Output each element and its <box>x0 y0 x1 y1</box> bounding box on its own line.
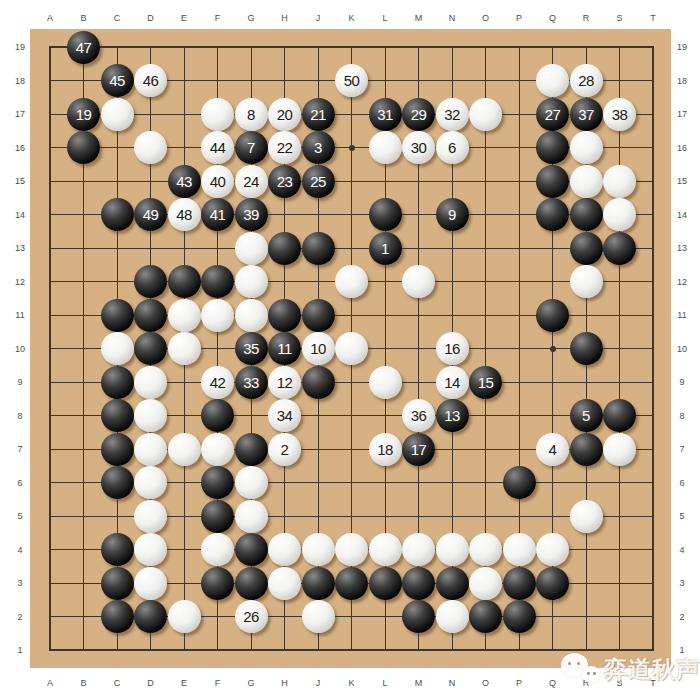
move-number: 42 <box>210 374 226 391</box>
stone-R8: 5 <box>570 399 603 432</box>
stone-D5 <box>134 500 167 533</box>
stone-M4 <box>402 533 435 566</box>
coord-label-left-11: 11 <box>15 310 24 320</box>
coord-label-left-15: 15 <box>15 176 25 186</box>
stone-O4 <box>469 533 502 566</box>
stone-H7: 2 <box>268 433 301 466</box>
stone-Q7: 4 <box>536 433 569 466</box>
go-diagram-page: AABBCCDDEEFFGGHHJJKKLLMMNNOOPPQQRRSSTT19… <box>0 0 700 700</box>
coord-label-bottom-B: B <box>80 678 86 688</box>
coord-label-top-G: G <box>247 13 254 23</box>
coord-label-bottom-H: H <box>281 678 288 688</box>
coord-label-left-19: 19 <box>15 42 25 52</box>
stone-H11 <box>268 299 301 332</box>
stone-C4 <box>101 533 134 566</box>
coord-label-top-H: H <box>281 13 288 23</box>
coord-label-top-C: C <box>114 13 121 23</box>
stone-H3 <box>268 567 301 600</box>
stone-H15: 23 <box>268 165 301 198</box>
stone-G2: 26 <box>235 600 268 633</box>
stone-G7 <box>235 433 268 466</box>
stone-C7 <box>101 433 134 466</box>
move-number: 20 <box>277 106 293 123</box>
stone-G17: 8 <box>235 98 268 131</box>
move-number: 7 <box>247 139 255 156</box>
stone-H13 <box>268 232 301 265</box>
stone-L13: 1 <box>369 232 402 265</box>
coord-label-right-18: 18 <box>677 76 687 86</box>
stone-G13 <box>235 232 268 265</box>
move-number: 15 <box>478 374 494 391</box>
stone-L9 <box>369 366 402 399</box>
star-point <box>550 346 556 352</box>
stone-R16 <box>570 131 603 164</box>
coord-label-right-16: 16 <box>677 143 687 153</box>
coord-label-left-18: 18 <box>15 76 25 86</box>
coord-label-bottom-G: G <box>247 678 254 688</box>
coord-label-top-K: K <box>348 13 354 23</box>
stone-M7: 17 <box>402 433 435 466</box>
coord-label-bottom-J: J <box>316 678 321 688</box>
move-number: 17 <box>411 441 427 458</box>
stone-F5 <box>201 500 234 533</box>
coord-label-right-1: 1 <box>679 645 684 655</box>
stone-G14: 39 <box>235 198 268 231</box>
coord-label-right-11: 11 <box>677 310 686 320</box>
coord-label-right-2: 2 <box>679 612 684 622</box>
move-number: 3 <box>314 139 322 156</box>
move-number: 49 <box>143 206 159 223</box>
stone-K10 <box>335 332 368 365</box>
move-number: 5 <box>582 407 590 424</box>
move-number: 38 <box>612 106 628 123</box>
stone-J17: 21 <box>302 98 335 131</box>
move-number: 48 <box>176 206 192 223</box>
stone-D14: 49 <box>134 198 167 231</box>
stone-E15: 43 <box>168 165 201 198</box>
coord-label-bottom-K: K <box>348 678 354 688</box>
move-number: 14 <box>444 374 460 391</box>
stone-F12 <box>201 265 234 298</box>
move-number: 24 <box>243 173 259 190</box>
stone-F7 <box>201 433 234 466</box>
stone-E11 <box>168 299 201 332</box>
stone-H10: 11 <box>268 332 301 365</box>
stone-H16: 22 <box>268 131 301 164</box>
stone-H4 <box>268 533 301 566</box>
move-number: 9 <box>448 206 456 223</box>
stone-M8: 36 <box>402 399 435 432</box>
stone-G6 <box>235 466 268 499</box>
star-point <box>349 145 355 151</box>
stone-D8 <box>134 399 167 432</box>
move-number: 1 <box>381 240 389 257</box>
stone-C17 <box>101 98 134 131</box>
stone-M16: 30 <box>402 131 435 164</box>
stone-J2 <box>302 600 335 633</box>
move-number: 46 <box>143 72 159 89</box>
stone-F4 <box>201 533 234 566</box>
coord-label-top-M: M <box>415 13 423 23</box>
stone-R18: 28 <box>570 64 603 97</box>
stone-M2 <box>402 600 435 633</box>
move-number: 25 <box>310 173 326 190</box>
move-number: 37 <box>578 106 594 123</box>
stone-P4 <box>503 533 536 566</box>
stone-K12 <box>335 265 368 298</box>
stone-G4 <box>235 533 268 566</box>
coord-label-left-14: 14 <box>15 210 25 220</box>
stone-F17 <box>201 98 234 131</box>
stone-Q14 <box>536 198 569 231</box>
coord-label-top-R: R <box>583 13 590 23</box>
move-number: 39 <box>243 206 259 223</box>
coord-label-bottom-C: C <box>114 678 121 688</box>
coord-label-top-N: N <box>449 13 456 23</box>
stone-G16: 7 <box>235 131 268 164</box>
move-number: 40 <box>210 173 226 190</box>
coord-label-right-9: 9 <box>679 377 684 387</box>
coord-label-left-6: 6 <box>17 478 22 488</box>
stone-D18: 46 <box>134 64 167 97</box>
coord-label-right-19: 19 <box>677 42 687 52</box>
stone-C8 <box>101 399 134 432</box>
stone-F16: 44 <box>201 131 234 164</box>
stone-B19: 47 <box>67 31 100 64</box>
stone-R14 <box>570 198 603 231</box>
coord-label-left-3: 3 <box>17 578 22 588</box>
coord-label-right-4: 4 <box>679 545 684 555</box>
stone-D10 <box>134 332 167 365</box>
move-number: 26 <box>243 608 259 625</box>
move-number: 8 <box>247 106 255 123</box>
stone-F15: 40 <box>201 165 234 198</box>
move-number: 27 <box>545 106 561 123</box>
stone-G5 <box>235 500 268 533</box>
stone-R13 <box>570 232 603 265</box>
coord-label-top-J: J <box>316 13 321 23</box>
stone-N10: 16 <box>436 332 469 365</box>
stone-F6 <box>201 466 234 499</box>
stone-M17: 29 <box>402 98 435 131</box>
stone-L17: 31 <box>369 98 402 131</box>
coord-label-bottom-T: T <box>650 678 656 688</box>
coord-label-right-3: 3 <box>679 578 684 588</box>
stone-D11 <box>134 299 167 332</box>
stone-S17: 38 <box>603 98 636 131</box>
coord-label-right-13: 13 <box>677 243 687 253</box>
coord-label-left-17: 17 <box>15 109 25 119</box>
coord-label-right-14: 14 <box>677 210 687 220</box>
stone-O9: 15 <box>469 366 502 399</box>
stone-P3 <box>503 567 536 600</box>
stone-C14 <box>101 198 134 231</box>
coord-label-top-E: E <box>181 13 187 23</box>
move-number: 30 <box>411 139 427 156</box>
coord-label-top-A: A <box>47 13 53 23</box>
stone-H9: 12 <box>268 366 301 399</box>
stone-M12 <box>402 265 435 298</box>
stone-M3 <box>402 567 435 600</box>
coord-label-bottom-L: L <box>382 678 387 688</box>
stone-Q4 <box>536 533 569 566</box>
stone-R5 <box>570 500 603 533</box>
coord-label-top-S: S <box>616 13 622 23</box>
stone-G3 <box>235 567 268 600</box>
stone-J16: 3 <box>302 131 335 164</box>
stone-Q3 <box>536 567 569 600</box>
stone-Q18 <box>536 64 569 97</box>
stone-D7 <box>134 433 167 466</box>
coord-label-bottom-D: D <box>147 678 154 688</box>
stone-J4 <box>302 533 335 566</box>
stone-G15: 24 <box>235 165 268 198</box>
stone-E10 <box>168 332 201 365</box>
stone-J15: 25 <box>302 165 335 198</box>
stone-J9 <box>302 366 335 399</box>
stone-F8 <box>201 399 234 432</box>
move-number: 50 <box>344 72 360 89</box>
move-number: 28 <box>578 72 594 89</box>
coord-label-left-12: 12 <box>15 277 25 287</box>
move-number: 29 <box>411 106 427 123</box>
stone-Q15 <box>536 165 569 198</box>
coord-label-right-5: 5 <box>679 511 684 521</box>
coord-label-top-T: T <box>650 13 656 23</box>
coord-label-top-L: L <box>382 13 387 23</box>
stone-N16: 6 <box>436 131 469 164</box>
move-number: 34 <box>277 407 293 424</box>
stone-Q17: 27 <box>536 98 569 131</box>
stone-N8: 13 <box>436 399 469 432</box>
coord-label-right-8: 8 <box>679 411 684 421</box>
stone-G9: 33 <box>235 366 268 399</box>
stone-F11 <box>201 299 234 332</box>
stone-K4 <box>335 533 368 566</box>
coord-label-right-12: 12 <box>677 277 687 287</box>
stone-E12 <box>168 265 201 298</box>
board-layer: AABBCCDDEEFFGGHHJJKKLLMMNNOOPPQQRRSSTT19… <box>0 0 700 700</box>
stone-N9: 14 <box>436 366 469 399</box>
coord-label-left-2: 2 <box>17 612 22 622</box>
stone-J11 <box>302 299 335 332</box>
stone-G10: 35 <box>235 332 268 365</box>
stone-R10 <box>570 332 603 365</box>
move-number: 18 <box>377 441 393 458</box>
stone-S14 <box>603 198 636 231</box>
stone-C18: 45 <box>101 64 134 97</box>
move-number: 44 <box>210 139 226 156</box>
stone-R7 <box>570 433 603 466</box>
stone-J10: 10 <box>302 332 335 365</box>
stone-O2 <box>469 600 502 633</box>
stone-E2 <box>168 600 201 633</box>
stone-D2 <box>134 600 167 633</box>
move-number: 16 <box>444 340 460 357</box>
coord-label-right-6: 6 <box>679 478 684 488</box>
stone-R17: 37 <box>570 98 603 131</box>
stone-D9 <box>134 366 167 399</box>
move-number: 22 <box>277 139 293 156</box>
stone-N3 <box>436 567 469 600</box>
coord-label-top-F: F <box>215 13 221 23</box>
move-number: 47 <box>76 39 92 56</box>
move-number: 10 <box>310 340 326 357</box>
coord-label-right-15: 15 <box>677 176 687 186</box>
stone-P6 <box>503 466 536 499</box>
stone-S7 <box>603 433 636 466</box>
stone-K3 <box>335 567 368 600</box>
move-number: 32 <box>444 106 460 123</box>
stone-S15 <box>603 165 636 198</box>
coord-label-right-7: 7 <box>679 444 684 454</box>
stone-L4 <box>369 533 402 566</box>
stone-N17: 32 <box>436 98 469 131</box>
stone-R12 <box>570 265 603 298</box>
coord-label-bottom-Q: Q <box>549 678 556 688</box>
move-number: 13 <box>444 407 460 424</box>
stone-D3 <box>134 567 167 600</box>
coord-label-bottom-S: S <box>616 678 622 688</box>
stone-L14 <box>369 198 402 231</box>
stone-Q16 <box>536 131 569 164</box>
stone-H8: 34 <box>268 399 301 432</box>
stone-G11 <box>235 299 268 332</box>
move-number: 23 <box>277 173 293 190</box>
stone-O3 <box>469 567 502 600</box>
move-number: 45 <box>109 72 125 89</box>
move-number: 41 <box>210 206 226 223</box>
coord-label-left-10: 10 <box>15 344 25 354</box>
grid-line-vertical <box>619 47 620 650</box>
coord-label-bottom-E: E <box>181 678 187 688</box>
stone-C10 <box>101 332 134 365</box>
stone-R15 <box>570 165 603 198</box>
coord-label-left-7: 7 <box>17 444 22 454</box>
stone-F3 <box>201 567 234 600</box>
stone-D16 <box>134 131 167 164</box>
coord-label-top-P: P <box>516 13 522 23</box>
coord-label-left-9: 9 <box>17 377 22 387</box>
move-number: 6 <box>448 139 456 156</box>
stone-S13 <box>603 232 636 265</box>
stone-C11 <box>101 299 134 332</box>
stone-N2 <box>436 600 469 633</box>
stone-B17: 19 <box>67 98 100 131</box>
coord-label-bottom-F: F <box>215 678 221 688</box>
stone-K18: 50 <box>335 64 368 97</box>
stone-G12 <box>235 265 268 298</box>
coord-label-top-O: O <box>482 13 489 23</box>
stone-J3 <box>302 567 335 600</box>
stone-J13 <box>302 232 335 265</box>
coord-label-left-5: 5 <box>17 511 22 521</box>
coord-label-left-16: 16 <box>15 143 25 153</box>
coord-label-right-17: 17 <box>677 109 687 119</box>
move-number: 19 <box>76 106 92 123</box>
stone-E7 <box>168 433 201 466</box>
move-number: 33 <box>243 374 259 391</box>
stone-L16 <box>369 131 402 164</box>
move-number: 4 <box>549 441 557 458</box>
stone-S8 <box>603 399 636 432</box>
move-number: 2 <box>281 441 289 458</box>
coord-label-top-Q: Q <box>549 13 556 23</box>
coord-label-left-4: 4 <box>17 545 22 555</box>
coord-label-bottom-M: M <box>415 678 423 688</box>
move-number: 31 <box>377 106 393 123</box>
coord-label-left-8: 8 <box>17 411 22 421</box>
move-number: 11 <box>277 340 292 357</box>
stone-P2 <box>503 600 536 633</box>
coord-label-right-10: 10 <box>677 344 687 354</box>
stone-H17: 20 <box>268 98 301 131</box>
coord-label-top-D: D <box>147 13 154 23</box>
stone-D6 <box>134 466 167 499</box>
move-number: 35 <box>243 340 259 357</box>
coord-label-bottom-A: A <box>47 678 53 688</box>
stone-L3 <box>369 567 402 600</box>
stone-C2 <box>101 600 134 633</box>
stone-D12 <box>134 265 167 298</box>
stone-N4 <box>436 533 469 566</box>
coord-label-bottom-N: N <box>449 678 456 688</box>
stone-F14: 41 <box>201 198 234 231</box>
coord-label-bottom-R: R <box>583 678 590 688</box>
move-number: 12 <box>277 374 293 391</box>
stone-C9 <box>101 366 134 399</box>
coord-label-left-1: 1 <box>17 645 22 655</box>
move-number: 36 <box>411 407 427 424</box>
move-number: 43 <box>176 173 192 190</box>
stone-F9: 42 <box>201 366 234 399</box>
coord-label-bottom-O: O <box>482 678 489 688</box>
stone-L7: 18 <box>369 433 402 466</box>
stone-E14: 48 <box>168 198 201 231</box>
stone-O17 <box>469 98 502 131</box>
stone-C3 <box>101 567 134 600</box>
stone-Q11 <box>536 299 569 332</box>
stone-B16 <box>67 131 100 164</box>
move-number: 21 <box>310 106 326 123</box>
stone-N14: 9 <box>436 198 469 231</box>
coord-label-left-13: 13 <box>15 243 25 253</box>
coord-label-bottom-P: P <box>516 678 522 688</box>
coord-label-top-B: B <box>80 13 86 23</box>
stone-C6 <box>101 466 134 499</box>
stone-D4 <box>134 533 167 566</box>
